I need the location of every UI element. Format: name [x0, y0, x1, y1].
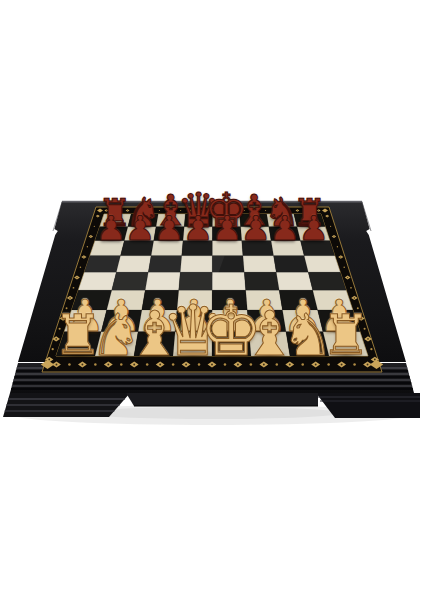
- gold-dot: [73, 287, 75, 289]
- arch-recess: [126, 393, 318, 406]
- piece-red-pawn-b7[interactable]: ♟: [125, 211, 155, 245]
- piece-red-pawn-h7[interactable]: ♟: [299, 211, 329, 245]
- gold-dot: [87, 246, 88, 247]
- piece-red-pawn-a7[interactable]: ♟: [96, 211, 126, 245]
- piece-red-pawn-e7[interactable]: ♟: [212, 211, 242, 245]
- piece-red-pawn-g7[interactable]: ♟: [270, 211, 300, 245]
- gold-dot: [350, 287, 352, 289]
- gold-dot: [343, 267, 345, 269]
- gold-dot: [330, 226, 331, 227]
- piece-red-pawn-c7[interactable]: ♟: [154, 211, 184, 245]
- piece-red-pawn-f7[interactable]: ♟: [241, 211, 271, 245]
- piece-red-pawn-d7[interactable]: ♟: [183, 211, 213, 245]
- chess-set-photo: ♜♞♝♛♚♝♞♜♟♟♟♟♟♟♟♟♟♟♟♟♟♟♟♟♜♞♝♛♚♝♞♜: [0, 0, 424, 600]
- gold-dot: [94, 226, 95, 227]
- gold-dot: [337, 246, 338, 247]
- piece-light-rook-h1[interactable]: ♜: [321, 308, 370, 363]
- gold-dot: [80, 267, 82, 269]
